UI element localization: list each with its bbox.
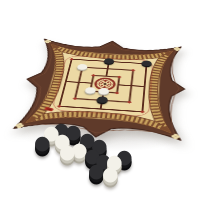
pile-piece-white[interactable]: ● — [59, 142, 76, 161]
pile-piece-black[interactable]: ● — [34, 133, 51, 152]
pile-piece-white[interactable]: ● — [102, 164, 119, 183]
board-node-grid[interactable]: ●●●●●● — [51, 55, 153, 116]
product-photo-stage: ●●●●●● ●●●●●●●●●●●●●●● — [0, 0, 210, 210]
black-piece-d7[interactable]: ● — [102, 57, 116, 65]
white-piece-b6[interactable]: ● — [75, 62, 89, 70]
black-piece-d2[interactable]: ● — [95, 95, 110, 105]
black-piece-g7[interactable]: ● — [140, 59, 153, 67]
